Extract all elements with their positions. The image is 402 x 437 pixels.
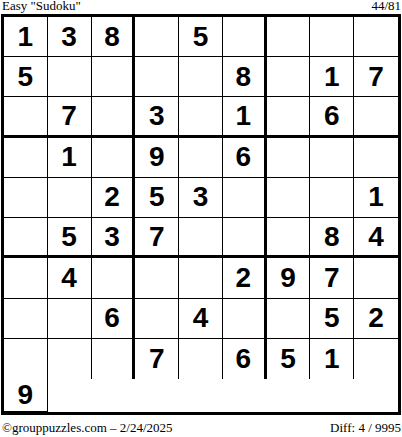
sudoku-grid: 1385581773161962531537844297645276519: [1, 14, 401, 415]
cell-r7c6-given[interactable]: 2: [223, 258, 267, 298]
cell-r7c7-given[interactable]: 9: [267, 258, 311, 298]
cell-r5c7-empty[interactable]: [267, 178, 311, 218]
cell-r8c9-given[interactable]: 2: [354, 299, 398, 339]
cell-r2c6-given[interactable]: 8: [223, 57, 267, 97]
cell-r7c8-given[interactable]: 7: [310, 258, 354, 298]
cell-r2c7-empty[interactable]: [267, 57, 311, 97]
cell-r4c8-empty[interactable]: [310, 138, 354, 178]
cell-r3c4-given[interactable]: 3: [135, 97, 179, 137]
cell-r4c6-given[interactable]: 6: [223, 138, 267, 178]
cell-r4c4-given[interactable]: 9: [135, 138, 179, 178]
cell-r4c1-empty[interactable]: [4, 138, 48, 178]
cell-r3c8-given[interactable]: 6: [310, 97, 354, 137]
cell-r8c3-given[interactable]: 6: [92, 299, 136, 339]
cell-r6c2-given[interactable]: 5: [48, 218, 92, 258]
cell-r7c4-empty[interactable]: [135, 258, 179, 298]
cell-r5c3-given[interactable]: 2: [92, 178, 136, 218]
cell-r1c2-given[interactable]: 3: [48, 17, 92, 57]
cell-r5c6-empty[interactable]: [223, 178, 267, 218]
cell-r4c2-given[interactable]: 1: [48, 138, 92, 178]
cell-r6c3-given[interactable]: 3: [92, 218, 136, 258]
cell-r2c5-empty[interactable]: [179, 57, 223, 97]
cell-r5c8-empty[interactable]: [310, 178, 354, 218]
cell-r3c6-given[interactable]: 1: [223, 97, 267, 137]
cell-r1c3-given[interactable]: 8: [92, 17, 136, 57]
cell-r8c2-empty[interactable]: [48, 299, 92, 339]
cell-r2c3-empty[interactable]: [92, 57, 136, 97]
cell-r2c9-given[interactable]: 7: [354, 57, 398, 97]
cell-r1c8-empty[interactable]: [310, 17, 354, 57]
cell-r9c8-given[interactable]: 1: [310, 339, 354, 379]
cell-r4c7-empty[interactable]: [267, 138, 311, 178]
cell-r6c1-empty[interactable]: [4, 218, 48, 258]
cell-r7c1-empty[interactable]: [4, 258, 48, 298]
cell-r2c1-given[interactable]: 5: [4, 57, 48, 97]
cell-r9c3-empty[interactable]: [92, 339, 136, 379]
cell-r9c5-empty[interactable]: [179, 339, 223, 379]
cell-r9c7-given[interactable]: 5: [267, 339, 311, 379]
cell-r5c9-given[interactable]: 1: [354, 178, 398, 218]
cell-r8c6-empty[interactable]: [223, 299, 267, 339]
cell-r9c1-empty[interactable]: [4, 339, 48, 379]
cell-r6c7-empty[interactable]: [267, 218, 311, 258]
cell-r4c5-empty[interactable]: [179, 138, 223, 178]
cell-r6c4-given[interactable]: 7: [135, 218, 179, 258]
cell-r1c1-given[interactable]: 1: [4, 17, 48, 57]
cell-r1c9-empty[interactable]: [354, 17, 398, 57]
cell-r8c7-empty[interactable]: [267, 299, 311, 339]
cells-remaining-counter: 44/81: [371, 0, 401, 13]
cell-r3c5-empty[interactable]: [179, 97, 223, 137]
cell-r2c4-empty[interactable]: [135, 57, 179, 97]
cell-r8c4-empty[interactable]: [135, 299, 179, 339]
cell-r3c7-empty[interactable]: [267, 97, 311, 137]
difficulty-text: Diff: 4 / 9995: [330, 421, 401, 435]
cell-r10c1-given[interactable]: 9: [4, 379, 48, 412]
cell-r9c9-empty[interactable]: [354, 339, 398, 379]
cell-r3c2-given[interactable]: 7: [48, 97, 92, 137]
cell-r1c4-empty[interactable]: [135, 17, 179, 57]
cell-r6c8-given[interactable]: 8: [310, 218, 354, 258]
cell-r3c3-empty[interactable]: [92, 97, 136, 137]
cell-r2c2-empty[interactable]: [48, 57, 92, 97]
cell-r5c5-given[interactable]: 3: [179, 178, 223, 218]
cell-r7c2-given[interactable]: 4: [48, 258, 92, 298]
cell-r9c6-given[interactable]: 6: [223, 339, 267, 379]
cell-r9c2-empty[interactable]: [48, 339, 92, 379]
cell-r1c7-empty[interactable]: [267, 17, 311, 57]
cell-r5c2-empty[interactable]: [48, 178, 92, 218]
cell-r7c5-empty[interactable]: [179, 258, 223, 298]
cell-r4c3-empty[interactable]: [92, 138, 136, 178]
cell-r8c8-given[interactable]: 5: [310, 299, 354, 339]
copyright-text: ©grouppuzzles.com – 2/24/2025: [2, 421, 173, 435]
cell-r6c5-empty[interactable]: [179, 218, 223, 258]
cell-r1c5-given[interactable]: 5: [179, 17, 223, 57]
cell-r5c4-given[interactable]: 5: [135, 178, 179, 218]
cell-r3c9-empty[interactable]: [354, 97, 398, 137]
cell-r9c4-given[interactable]: 7: [135, 339, 179, 379]
cell-r7c9-empty[interactable]: [354, 258, 398, 298]
cell-r8c5-given[interactable]: 4: [179, 299, 223, 339]
sudoku-page: Easy "Sudoku" 44/81 13855817731619625315…: [0, 0, 402, 437]
cell-r1c6-empty[interactable]: [223, 17, 267, 57]
cell-r7c3-empty[interactable]: [92, 258, 136, 298]
cell-r6c6-empty[interactable]: [223, 218, 267, 258]
cell-r5c1-empty[interactable]: [4, 178, 48, 218]
cell-r4c9-empty[interactable]: [354, 138, 398, 178]
page-title: Easy "Sudoku": [2, 0, 81, 13]
cell-r8c1-empty[interactable]: [4, 299, 48, 339]
cell-r6c9-given[interactable]: 4: [354, 218, 398, 258]
cell-r3c1-empty[interactable]: [4, 97, 48, 137]
cell-r2c8-given[interactable]: 1: [310, 57, 354, 97]
